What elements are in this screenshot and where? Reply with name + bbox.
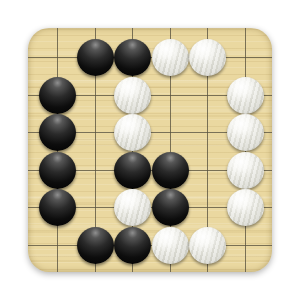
black-stone[interactable]: ● xyxy=(39,189,76,226)
black-stone[interactable]: ● xyxy=(77,227,114,264)
white-stone[interactable]: ○ xyxy=(152,39,189,76)
white-stone[interactable]: ○ xyxy=(227,189,264,226)
white-stone[interactable]: ○ xyxy=(152,227,189,264)
black-stone[interactable]: ● xyxy=(152,152,189,189)
app-icon: ●●○○●○○●○○●●●○●○●○●●○○ xyxy=(0,0,300,300)
white-stone[interactable]: ○ xyxy=(114,114,151,151)
black-stone[interactable]: ● xyxy=(39,114,76,151)
black-stone[interactable]: ● xyxy=(152,189,189,226)
go-board[interactable]: ●●○○●○○●○○●●●○●○●○●●○○ xyxy=(28,28,272,272)
black-stone[interactable]: ● xyxy=(114,39,151,76)
black-stone[interactable]: ● xyxy=(114,227,151,264)
white-stone[interactable]: ○ xyxy=(189,39,226,76)
black-stone[interactable]: ● xyxy=(39,77,76,114)
black-stone[interactable]: ● xyxy=(39,152,76,189)
white-stone[interactable]: ○ xyxy=(114,77,151,114)
white-stone[interactable]: ○ xyxy=(227,114,264,151)
white-stone[interactable]: ○ xyxy=(189,227,226,264)
white-stone[interactable]: ○ xyxy=(114,189,151,226)
black-stone[interactable]: ● xyxy=(114,152,151,189)
black-stone[interactable]: ● xyxy=(77,39,114,76)
white-stone[interactable]: ○ xyxy=(227,152,264,189)
white-stone[interactable]: ○ xyxy=(227,77,264,114)
